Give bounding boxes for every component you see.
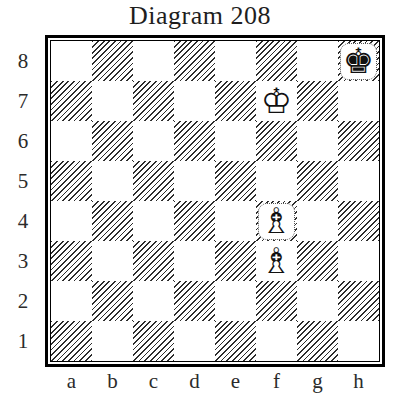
diagram-title: Diagram 208 [0,1,400,31]
square-c7 [133,81,174,121]
square-f3: ♗ [256,241,297,281]
square-b2 [92,281,133,321]
square-f1 [256,321,297,361]
square-c8 [133,41,174,81]
square-d7 [174,81,215,121]
square-h2 [338,281,379,321]
chess-board: ♚♔♗♗ [45,35,385,367]
square-b1 [92,321,133,361]
square-f5 [256,161,297,201]
square-b6 [92,121,133,161]
square-d3 [174,241,215,281]
square-h8: ♚ [338,41,379,81]
file-labels: abcdefgh [51,369,379,394]
file-label-a: a [51,369,92,394]
square-d4 [174,201,215,241]
square-g1 [297,321,338,361]
square-g7 [297,81,338,121]
square-f4: ♗ [256,201,297,241]
file-label-b: b [92,369,133,394]
square-g5 [297,161,338,201]
square-e7 [215,81,256,121]
rank-label-8: 8 [10,41,36,81]
chess-board-grid: ♚♔♗♗ [51,41,379,361]
rank-labels: 87654321 [10,41,36,361]
square-b8 [92,41,133,81]
square-g6 [297,121,338,161]
square-f7: ♔ [256,81,297,121]
square-d2 [174,281,215,321]
rank-label-3: 3 [10,241,36,281]
rank-label-4: 4 [10,201,36,241]
square-h3 [338,241,379,281]
square-c6 [133,121,174,161]
square-b4 [92,201,133,241]
square-g3 [297,241,338,281]
square-a2 [51,281,92,321]
square-g2 [297,281,338,321]
square-e6 [215,121,256,161]
file-label-f: f [256,369,297,394]
white-king: ♔ [257,81,297,121]
square-f2 [256,281,297,321]
square-h7 [338,81,379,121]
square-h5 [338,161,379,201]
square-d8 [174,41,215,81]
square-c1 [133,321,174,361]
rank-label-2: 2 [10,281,36,321]
rank-label-6: 6 [10,121,36,161]
file-label-c: c [133,369,174,394]
file-label-g: g [297,369,338,394]
square-b7 [92,81,133,121]
square-a7 [51,81,92,121]
square-a4 [51,201,92,241]
square-f6 [256,121,297,161]
square-a6 [51,121,92,161]
square-d1 [174,321,215,361]
black-king: ♚ [340,43,377,80]
square-c5 [133,161,174,201]
square-b5 [92,161,133,201]
rank-label-7: 7 [10,81,36,121]
square-e1 [215,321,256,361]
white-bishop: ♗ [257,241,297,281]
square-e5 [215,161,256,201]
square-e4 [215,201,256,241]
book-page: Diagram 208 87654321 ♚♔♗♗ abcdefgh [0,0,400,400]
square-a1 [51,321,92,361]
file-label-h: h [338,369,379,394]
square-d5 [174,161,215,201]
chess-board-frame: ♚♔♗♗ [50,40,380,362]
square-c4 [133,201,174,241]
square-f8 [256,41,297,81]
square-h4 [338,201,379,241]
square-a3 [51,241,92,281]
file-label-e: e [215,369,256,394]
square-c3 [133,241,174,281]
white-bishop: ♗ [258,203,295,240]
square-g4 [297,201,338,241]
square-c2 [133,281,174,321]
square-h1 [338,321,379,361]
square-b3 [92,241,133,281]
square-e8 [215,41,256,81]
file-label-d: d [174,369,215,394]
square-e2 [215,281,256,321]
square-a8 [51,41,92,81]
square-g8 [297,41,338,81]
square-a5 [51,161,92,201]
square-d6 [174,121,215,161]
square-e3 [215,241,256,281]
rank-label-1: 1 [10,321,36,361]
square-h6 [338,121,379,161]
rank-label-5: 5 [10,161,36,201]
